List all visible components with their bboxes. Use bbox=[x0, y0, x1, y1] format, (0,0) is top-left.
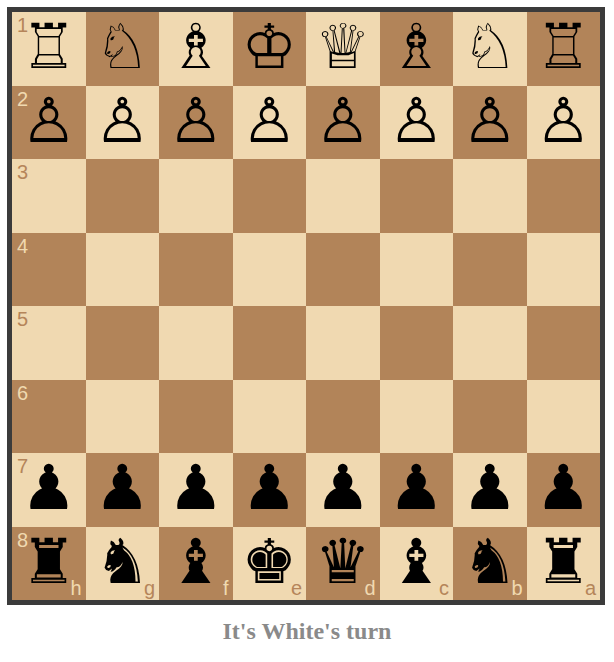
white-knight: ♘ bbox=[462, 10, 518, 84]
square-g1[interactable]: ♘ bbox=[86, 12, 160, 86]
white-rook: ♖ bbox=[21, 10, 77, 84]
black-knight: ♞ bbox=[94, 525, 150, 599]
square-d2[interactable]: ♙ bbox=[306, 86, 380, 160]
white-pawn: ♙ bbox=[462, 84, 518, 158]
black-king: ♚ bbox=[241, 525, 297, 599]
rank-label-2: 2 bbox=[17, 89, 28, 109]
black-knight: ♞ bbox=[462, 525, 518, 599]
black-pawn: ♟ bbox=[462, 451, 518, 525]
square-a1[interactable]: ♖ bbox=[527, 12, 601, 86]
black-rook: ♜ bbox=[21, 525, 77, 599]
square-g7[interactable]: ♟ bbox=[86, 453, 160, 527]
black-bishop: ♝ bbox=[388, 525, 444, 599]
file-label-h: h bbox=[70, 578, 81, 598]
white-pawn: ♙ bbox=[241, 84, 297, 158]
chess-board: ♖1♘♗♔♕♗♘♖♙2♙♙♙♙♙♙♙3456♟7♟♟♟♟♟♟♟♜8h♞g♝f♚e… bbox=[7, 7, 605, 605]
square-h7[interactable]: ♟7 bbox=[12, 453, 86, 527]
black-pawn: ♟ bbox=[21, 451, 77, 525]
square-h2[interactable]: ♙2 bbox=[12, 86, 86, 160]
file-label-e: e bbox=[291, 578, 302, 598]
white-rook: ♖ bbox=[535, 10, 591, 84]
square-e5[interactable] bbox=[233, 306, 307, 380]
square-a7[interactable]: ♟ bbox=[527, 453, 601, 527]
square-d8[interactable]: ♛d bbox=[306, 527, 380, 601]
square-h6[interactable]: 6 bbox=[12, 380, 86, 454]
square-f4[interactable] bbox=[159, 233, 233, 307]
square-d4[interactable] bbox=[306, 233, 380, 307]
square-f6[interactable] bbox=[159, 380, 233, 454]
white-pawn: ♙ bbox=[21, 84, 77, 158]
white-knight: ♘ bbox=[94, 10, 150, 84]
rank-label-7: 7 bbox=[17, 456, 28, 476]
square-c1[interactable]: ♗ bbox=[380, 12, 454, 86]
square-h4[interactable]: 4 bbox=[12, 233, 86, 307]
square-h3[interactable]: 3 bbox=[12, 159, 86, 233]
square-c3[interactable] bbox=[380, 159, 454, 233]
rank-label-3: 3 bbox=[17, 162, 28, 182]
square-f5[interactable] bbox=[159, 306, 233, 380]
square-h1[interactable]: ♖1 bbox=[12, 12, 86, 86]
square-a4[interactable] bbox=[527, 233, 601, 307]
square-b7[interactable]: ♟ bbox=[453, 453, 527, 527]
white-pawn: ♙ bbox=[388, 84, 444, 158]
black-bishop: ♝ bbox=[168, 525, 224, 599]
square-b6[interactable] bbox=[453, 380, 527, 454]
square-b4[interactable] bbox=[453, 233, 527, 307]
square-a8[interactable]: ♜a bbox=[527, 527, 601, 601]
white-pawn: ♙ bbox=[315, 84, 371, 158]
square-a5[interactable] bbox=[527, 306, 601, 380]
square-c4[interactable] bbox=[380, 233, 454, 307]
square-c8[interactable]: ♝c bbox=[380, 527, 454, 601]
black-pawn: ♟ bbox=[388, 451, 444, 525]
file-label-b: b bbox=[511, 578, 522, 598]
turn-indicator: It's White's turn bbox=[0, 618, 614, 645]
chess-app: ♖1♘♗♔♕♗♘♖♙2♙♙♙♙♙♙♙3456♟7♟♟♟♟♟♟♟♜8h♞g♝f♚e… bbox=[0, 0, 614, 662]
square-d7[interactable]: ♟ bbox=[306, 453, 380, 527]
square-e1[interactable]: ♔ bbox=[233, 12, 307, 86]
square-f7[interactable]: ♟ bbox=[159, 453, 233, 527]
square-g2[interactable]: ♙ bbox=[86, 86, 160, 160]
black-pawn: ♟ bbox=[94, 451, 150, 525]
square-e4[interactable] bbox=[233, 233, 307, 307]
square-b2[interactable]: ♙ bbox=[453, 86, 527, 160]
square-f1[interactable]: ♗ bbox=[159, 12, 233, 86]
square-a3[interactable] bbox=[527, 159, 601, 233]
square-h5[interactable]: 5 bbox=[12, 306, 86, 380]
file-label-c: c bbox=[439, 578, 449, 598]
square-f2[interactable]: ♙ bbox=[159, 86, 233, 160]
square-b1[interactable]: ♘ bbox=[453, 12, 527, 86]
square-a2[interactable]: ♙ bbox=[527, 86, 601, 160]
square-f3[interactable] bbox=[159, 159, 233, 233]
black-pawn: ♟ bbox=[241, 451, 297, 525]
square-f8[interactable]: ♝f bbox=[159, 527, 233, 601]
white-bishop: ♗ bbox=[168, 10, 224, 84]
white-queen: ♕ bbox=[315, 10, 371, 84]
white-king: ♔ bbox=[241, 10, 297, 84]
white-pawn: ♙ bbox=[94, 84, 150, 158]
file-label-g: g bbox=[144, 578, 155, 598]
square-e2[interactable]: ♙ bbox=[233, 86, 307, 160]
square-b3[interactable] bbox=[453, 159, 527, 233]
rank-label-6: 6 bbox=[17, 383, 28, 403]
black-rook: ♜ bbox=[535, 525, 591, 599]
black-pawn: ♟ bbox=[168, 451, 224, 525]
square-g3[interactable] bbox=[86, 159, 160, 233]
square-g5[interactable] bbox=[86, 306, 160, 380]
file-label-f: f bbox=[223, 578, 229, 598]
square-h8[interactable]: ♜8h bbox=[12, 527, 86, 601]
square-e8[interactable]: ♚e bbox=[233, 527, 307, 601]
square-d1[interactable]: ♕ bbox=[306, 12, 380, 86]
white-pawn: ♙ bbox=[535, 84, 591, 158]
square-g8[interactable]: ♞g bbox=[86, 527, 160, 601]
square-a6[interactable] bbox=[527, 380, 601, 454]
rank-label-8: 8 bbox=[17, 530, 28, 550]
black-pawn: ♟ bbox=[315, 451, 371, 525]
file-label-d: d bbox=[364, 578, 375, 598]
square-g4[interactable] bbox=[86, 233, 160, 307]
square-d5[interactable] bbox=[306, 306, 380, 380]
square-b8[interactable]: ♞b bbox=[453, 527, 527, 601]
white-pawn: ♙ bbox=[168, 84, 224, 158]
square-c7[interactable]: ♟ bbox=[380, 453, 454, 527]
black-pawn: ♟ bbox=[535, 451, 591, 525]
square-c5[interactable] bbox=[380, 306, 454, 380]
square-e7[interactable]: ♟ bbox=[233, 453, 307, 527]
square-c2[interactable]: ♙ bbox=[380, 86, 454, 160]
square-d6[interactable] bbox=[306, 380, 380, 454]
square-d3[interactable] bbox=[306, 159, 380, 233]
square-e6[interactable] bbox=[233, 380, 307, 454]
square-e3[interactable] bbox=[233, 159, 307, 233]
rank-label-1: 1 bbox=[17, 15, 28, 35]
white-bishop: ♗ bbox=[388, 10, 444, 84]
rank-label-4: 4 bbox=[17, 236, 28, 256]
black-queen: ♛ bbox=[315, 525, 371, 599]
square-c6[interactable] bbox=[380, 380, 454, 454]
file-label-a: a bbox=[585, 578, 596, 598]
square-g6[interactable] bbox=[86, 380, 160, 454]
square-b5[interactable] bbox=[453, 306, 527, 380]
rank-label-5: 5 bbox=[17, 309, 28, 329]
